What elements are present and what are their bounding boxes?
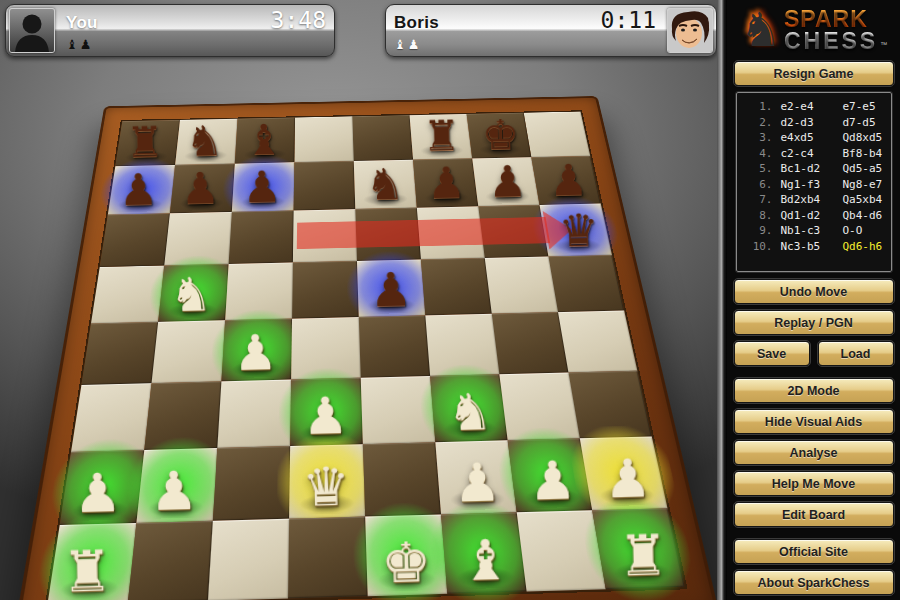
- black-move: Bf8-b4: [843, 146, 883, 162]
- piece-br-a8[interactable]: ♜: [125, 118, 164, 167]
- square-h5[interactable]: [548, 255, 624, 312]
- help-me-move-button[interactable]: Help Me Move: [734, 471, 894, 496]
- square-b8[interactable]: ♞: [175, 119, 237, 165]
- black-move: Qd5-a5: [843, 161, 883, 177]
- square-d2[interactable]: ♛: [289, 444, 365, 519]
- piece-wn-b5[interactable]: ♞: [169, 267, 212, 322]
- square-f8[interactable]: ♜: [409, 114, 472, 160]
- black-move: Qd8xd5: [843, 130, 883, 146]
- piece-wp-a2[interactable]: ♟: [73, 462, 122, 525]
- piece-wk-e1[interactable]: ♚: [380, 530, 431, 595]
- square-d6[interactable]: [292, 209, 356, 262]
- square-g2[interactable]: ♟: [507, 438, 592, 512]
- move-row: 3.e4xd5Qd8xd5: [743, 130, 891, 146]
- piece-wp-b2[interactable]: ♟: [149, 460, 198, 523]
- piece-bp-e5[interactable]: ♟: [369, 263, 412, 318]
- move-number: 4.: [743, 146, 773, 162]
- move-row: 2.d2-d3d7-d5: [743, 115, 891, 131]
- piece-bk-g8[interactable]: ♚: [481, 111, 519, 159]
- move-row: 5.Bc1-d2Qd5-a5: [743, 161, 891, 177]
- move-number: 3.: [743, 130, 773, 146]
- square-h7[interactable]: ♟: [531, 156, 600, 205]
- piece-br-f8[interactable]: ♜: [422, 112, 460, 160]
- knight-flame-logo-icon: ♞: [740, 5, 782, 55]
- boris-avatar-icon: [668, 9, 712, 52]
- piece-wr-a1[interactable]: ♜: [61, 539, 113, 600]
- piece-wp-g2[interactable]: ♟: [528, 450, 577, 512]
- move-number: 7.: [743, 192, 773, 208]
- square-a5[interactable]: [90, 265, 163, 323]
- move-number: 10.: [743, 239, 773, 255]
- player-you-clock: 3:48: [271, 7, 326, 33]
- square-a4[interactable]: [81, 322, 158, 385]
- white-move: d2-d3: [773, 115, 843, 131]
- square-h8[interactable]: [523, 112, 590, 158]
- move-number: 6.: [743, 177, 773, 193]
- sparkchess-app: You 3:48 ♝♟ Boris 0:11 ♝♟: [0, 0, 900, 600]
- square-c3[interactable]: [217, 380, 291, 448]
- black-move: Qa5xb4: [843, 192, 883, 208]
- official-site-button[interactable]: Official Site: [734, 539, 894, 564]
- square-h1[interactable]: ♜: [592, 508, 685, 589]
- player-you-avatar: [9, 8, 55, 53]
- piece-bp-f7[interactable]: ♟: [426, 158, 466, 208]
- square-g1[interactable]: [516, 510, 605, 591]
- square-c2[interactable]: [212, 446, 289, 521]
- sparkchess-logo: ♞ SPARK CHESS ™: [733, 2, 894, 58]
- square-a3[interactable]: [71, 383, 151, 452]
- move-row: 8.Qd1-d2Qb4-d6: [743, 208, 891, 224]
- silhouette-avatar-icon: [10, 9, 54, 52]
- piece-bn-b8[interactable]: ♞: [185, 117, 224, 166]
- square-a6[interactable]: [99, 213, 169, 267]
- square-b7[interactable]: ♟: [169, 164, 234, 214]
- black-move: Qb4-d6: [843, 208, 883, 224]
- square-f5[interactable]: [420, 258, 491, 315]
- white-move: c2-c4: [773, 146, 843, 162]
- panel-divider: [717, 0, 727, 600]
- player-boris-clock: 0:11: [601, 7, 656, 33]
- square-h6[interactable]: ♛: [539, 204, 611, 257]
- square-e1[interactable]: ♚: [365, 514, 447, 596]
- chess-board-frame: ♜♞♝♜♚♟♟♟♞♟♟♟♛♞♟♟♟♞♟♟♛♟♟♟♜♚♝♜: [12, 96, 719, 600]
- piece-bp-g7[interactable]: ♟: [488, 157, 528, 207]
- move-row: 6.Ng1-f3Ng8-e7: [743, 177, 891, 193]
- square-g8[interactable]: ♚: [466, 113, 531, 159]
- logo-text-chess: CHESS: [784, 30, 878, 52]
- piece-bb-c8[interactable]: ♝: [245, 116, 283, 165]
- white-move: Nc3-b5: [773, 239, 843, 255]
- move-number: 8.: [743, 208, 773, 224]
- square-b2[interactable]: ♟: [136, 448, 217, 523]
- square-b4[interactable]: [151, 320, 225, 383]
- square-c6[interactable]: [228, 210, 293, 263]
- square-c5[interactable]: [225, 262, 293, 320]
- board-scene: ♜♞♝♜♚♟♟♟♞♟♟♟♛♞♟♟♟♞♟♟♛♟♟♟♜♚♝♜: [6, 48, 711, 600]
- white-move: e4xd5: [773, 130, 843, 146]
- chess-board: ♜♞♝♜♚♟♟♟♞♟♟♟♛♞♟♟♟♞♟♟♛♟♟♟♜♚♝♜: [47, 112, 684, 600]
- square-f3[interactable]: ♞: [430, 374, 508, 442]
- move-number: 9.: [743, 223, 773, 239]
- piece-wp-f2[interactable]: ♟: [453, 452, 502, 514]
- edit-board-button[interactable]: Edit Board: [734, 502, 894, 527]
- square-c1[interactable]: [207, 519, 288, 600]
- move-number: 1.: [743, 99, 773, 115]
- white-move: Nb1-c3: [773, 223, 843, 239]
- piece-bp-c7[interactable]: ♟: [242, 162, 282, 212]
- analyse-button[interactable]: Analyse: [734, 440, 894, 465]
- square-d8[interactable]: [294, 116, 353, 162]
- square-f1[interactable]: ♝: [440, 512, 526, 593]
- square-h4[interactable]: [558, 311, 637, 373]
- square-a8[interactable]: ♜: [115, 120, 180, 166]
- player-you-name: You: [66, 13, 98, 33]
- move-row: 4.c2-c4Bf8-b4: [743, 146, 891, 162]
- square-f4[interactable]: [425, 314, 499, 376]
- square-g6[interactable]: [478, 205, 548, 258]
- black-move: Qd6-h6: [843, 239, 883, 255]
- square-c4[interactable]: ♟: [221, 319, 292, 382]
- square-f6[interactable]: [416, 206, 484, 259]
- square-d4[interactable]: [291, 317, 361, 380]
- hide-visual-aids-button[interactable]: Hide Visual Aids: [734, 409, 894, 434]
- logo-text-spark: SPARK: [784, 8, 878, 30]
- square-e6[interactable]: [355, 208, 421, 261]
- square-b1[interactable]: [127, 521, 212, 600]
- white-move: Bd2xb4: [773, 192, 843, 208]
- square-d3[interactable]: ♟: [290, 378, 363, 446]
- square-b5[interactable]: ♞: [158, 264, 229, 322]
- piece-bn-e7[interactable]: ♞: [365, 159, 405, 209]
- save-button[interactable]: Save: [734, 341, 810, 366]
- square-e2[interactable]: [362, 442, 440, 516]
- square-f2[interactable]: ♟: [435, 440, 516, 514]
- white-move: Qd1-d2: [773, 208, 843, 224]
- piece-bq-h6[interactable]: ♛: [558, 205, 599, 257]
- square-d1[interactable]: [287, 517, 367, 599]
- square-h2[interactable]: ♟: [579, 436, 667, 510]
- move-row: 10.Nc3-b5Qd6-h6: [743, 239, 891, 255]
- black-move: O-O: [843, 223, 863, 239]
- piece-wr-h1[interactable]: ♜: [618, 523, 669, 588]
- square-g7[interactable]: ♟: [472, 157, 539, 206]
- resign-game-button[interactable]: Resign Game: [734, 61, 894, 86]
- square-f7[interactable]: ♟: [413, 158, 478, 207]
- move-list[interactable]: 1.e2-e4e7-e52.d2-d3d7-d53.e4xd5Qd8xd54.c…: [736, 92, 892, 272]
- white-move: Bc1-d2: [773, 161, 843, 177]
- move-number: 5.: [743, 161, 773, 177]
- square-e3[interactable]: [360, 376, 435, 444]
- replay-pgn-button[interactable]: Replay / PGN: [734, 310, 894, 335]
- square-b6[interactable]: [164, 212, 232, 266]
- square-e5[interactable]: ♟: [356, 259, 424, 317]
- square-e8[interactable]: [352, 115, 413, 161]
- square-e7[interactable]: ♞: [353, 160, 416, 209]
- square-c7[interactable]: ♟: [231, 162, 294, 212]
- trademark-symbol: ™: [880, 41, 887, 48]
- move-number: 2.: [743, 115, 773, 131]
- load-button[interactable]: Load: [818, 341, 894, 366]
- square-c8[interactable]: ♝: [234, 118, 294, 164]
- piece-bp-b7[interactable]: ♟: [180, 163, 220, 214]
- piece-wp-c4[interactable]: ♟: [233, 324, 278, 381]
- piece-wn-f3[interactable]: ♞: [447, 383, 494, 442]
- play-area: You 3:48 ♝♟ Boris 0:11 ♝♟: [0, 0, 717, 600]
- player-boris-name: Boris: [394, 13, 439, 33]
- sidebar: ♞ SPARK CHESS ™ Resign Game 1.e2-e4e7-e5…: [727, 0, 900, 600]
- piece-wp-h2[interactable]: ♟: [603, 448, 652, 510]
- square-a7[interactable]: ♟: [107, 165, 174, 215]
- square-d5[interactable]: [292, 261, 359, 319]
- piece-wb-f1[interactable]: ♝: [460, 528, 511, 593]
- player-boris-avatar: [667, 8, 713, 53]
- square-d7[interactable]: [293, 161, 355, 210]
- square-b3[interactable]: [144, 381, 221, 450]
- move-row: 1.e2-e4e7-e5: [743, 99, 891, 115]
- black-move: d7-d5: [843, 115, 876, 131]
- move-row: 9.Nb1-c3O-O: [743, 223, 891, 239]
- about-sparkchess-button[interactable]: About SparkChess: [734, 570, 894, 595]
- square-g3[interactable]: [499, 373, 579, 441]
- black-move: e7-e5: [843, 99, 876, 115]
- 2d-mode-button[interactable]: 2D Mode: [734, 378, 894, 403]
- move-row: 7.Bd2xb4Qa5xb4: [743, 192, 891, 208]
- square-e4[interactable]: [358, 315, 429, 377]
- piece-wp-d3[interactable]: ♟: [302, 386, 349, 446]
- square-a1[interactable]: ♜: [47, 523, 136, 600]
- piece-wq-d2[interactable]: ♛: [301, 456, 350, 518]
- white-move: e2-e4: [773, 99, 843, 115]
- square-g5[interactable]: [484, 256, 557, 313]
- square-g4[interactable]: [491, 312, 568, 374]
- white-move: Ng1-f3: [773, 177, 843, 193]
- piece-bp-a7[interactable]: ♟: [118, 165, 158, 216]
- black-move: Ng8-e7: [843, 177, 883, 193]
- undo-move-button[interactable]: Undo Move: [734, 279, 894, 304]
- square-h3[interactable]: [568, 371, 651, 439]
- square-a2[interactable]: ♟: [59, 450, 144, 525]
- piece-bp-h7[interactable]: ♟: [549, 155, 588, 205]
